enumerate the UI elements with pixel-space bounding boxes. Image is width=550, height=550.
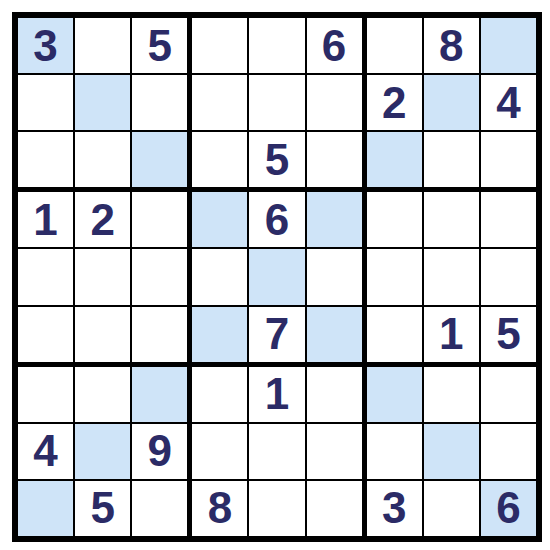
cell-r7c2[interactable] (75, 367, 130, 422)
cell-r8c6[interactable] (307, 424, 362, 479)
cell-r1c3[interactable]: 5 (132, 18, 187, 73)
cell-r7c6[interactable] (307, 367, 362, 422)
cell-r5c5[interactable] (249, 249, 304, 304)
cell-r9c1[interactable] (18, 481, 73, 536)
block-2-2: 67 (192, 192, 361, 361)
cell-r1c5[interactable] (249, 18, 304, 73)
cell-r7c9[interactable] (481, 367, 536, 422)
cell-r3c5[interactable]: 5 (249, 132, 304, 187)
cell-r3c6[interactable] (307, 132, 362, 187)
cell-r3c4[interactable] (192, 132, 247, 187)
block-2-3: 15 (367, 192, 536, 361)
block-1-1: 35 (18, 18, 187, 187)
block-3-3: 36 (367, 367, 536, 536)
cell-r1c6[interactable]: 6 (307, 18, 362, 73)
cell-r6c5[interactable]: 7 (249, 307, 304, 362)
cell-r8c1[interactable]: 4 (18, 424, 73, 479)
cell-r8c4[interactable] (192, 424, 247, 479)
cell-r6c4[interactable] (192, 307, 247, 362)
cell-r5c6[interactable] (307, 249, 362, 304)
cell-r3c2[interactable] (75, 132, 130, 187)
cell-r4c6[interactable] (307, 192, 362, 247)
cell-r6c3[interactable] (132, 307, 187, 362)
cell-r2c5[interactable] (249, 75, 304, 130)
cell-r7c5[interactable]: 1 (249, 367, 304, 422)
cell-r3c3[interactable] (132, 132, 187, 187)
cell-r2c1[interactable] (18, 75, 73, 130)
block-3-1: 495 (18, 367, 187, 536)
cell-r4c3[interactable] (132, 192, 187, 247)
cell-r2c3[interactable] (132, 75, 187, 130)
cell-r4c8[interactable] (424, 192, 479, 247)
cell-r1c8[interactable]: 8 (424, 18, 479, 73)
cell-r8c3[interactable]: 9 (132, 424, 187, 479)
cell-r2c6[interactable] (307, 75, 362, 130)
cell-r4c2[interactable]: 2 (75, 192, 130, 247)
cell-r4c4[interactable] (192, 192, 247, 247)
cell-r8c5[interactable] (249, 424, 304, 479)
cell-r5c3[interactable] (132, 249, 187, 304)
cell-r6c2[interactable] (75, 307, 130, 362)
cell-r2c2[interactable] (75, 75, 130, 130)
cell-r8c2[interactable] (75, 424, 130, 479)
cell-r6c9[interactable]: 5 (481, 307, 536, 362)
cell-r6c1[interactable] (18, 307, 73, 362)
cell-r5c4[interactable] (192, 249, 247, 304)
cell-r5c9[interactable] (481, 249, 536, 304)
block-3-2: 18 (192, 367, 361, 536)
cell-r3c8[interactable] (424, 132, 479, 187)
cell-r6c7[interactable] (367, 307, 422, 362)
cell-r7c8[interactable] (424, 367, 479, 422)
cell-r5c1[interactable] (18, 249, 73, 304)
sudoku-board: 35658241267154951836 (12, 12, 542, 542)
cell-r4c7[interactable] (367, 192, 422, 247)
cell-r1c2[interactable] (75, 18, 130, 73)
cell-r5c7[interactable] (367, 249, 422, 304)
cell-r9c2[interactable]: 5 (75, 481, 130, 536)
cell-r4c5[interactable]: 6 (249, 192, 304, 247)
cell-r7c3[interactable] (132, 367, 187, 422)
cell-r1c4[interactable] (192, 18, 247, 73)
cell-r9c5[interactable] (249, 481, 304, 536)
block-2-1: 12 (18, 192, 187, 361)
cell-r7c1[interactable] (18, 367, 73, 422)
cell-r2c9[interactable]: 4 (481, 75, 536, 130)
cell-r1c7[interactable] (367, 18, 422, 73)
cell-r9c9[interactable]: 6 (481, 481, 536, 536)
cell-r9c3[interactable] (132, 481, 187, 536)
cell-r8c7[interactable] (367, 424, 422, 479)
block-1-3: 824 (367, 18, 536, 187)
cell-r3c9[interactable] (481, 132, 536, 187)
cell-r9c7[interactable]: 3 (367, 481, 422, 536)
cell-r8c9[interactable] (481, 424, 536, 479)
cell-r2c4[interactable] (192, 75, 247, 130)
cell-r7c4[interactable] (192, 367, 247, 422)
cell-r1c1[interactable]: 3 (18, 18, 73, 73)
cell-r9c4[interactable]: 8 (192, 481, 247, 536)
cell-r9c6[interactable] (307, 481, 362, 536)
cell-r9c8[interactable] (424, 481, 479, 536)
cell-r5c8[interactable] (424, 249, 479, 304)
cell-r4c9[interactable] (481, 192, 536, 247)
cell-r3c1[interactable] (18, 132, 73, 187)
page-background: 35658241267154951836 (0, 0, 550, 550)
cell-r6c8[interactable]: 1 (424, 307, 479, 362)
cell-r6c6[interactable] (307, 307, 362, 362)
cell-r5c2[interactable] (75, 249, 130, 304)
cell-r2c8[interactable] (424, 75, 479, 130)
cell-r3c7[interactable] (367, 132, 422, 187)
cell-r7c7[interactable] (367, 367, 422, 422)
cell-r8c8[interactable] (424, 424, 479, 479)
cell-r1c9[interactable] (481, 18, 536, 73)
cell-r4c1[interactable]: 1 (18, 192, 73, 247)
cell-r2c7[interactable]: 2 (367, 75, 422, 130)
block-1-2: 65 (192, 18, 361, 187)
